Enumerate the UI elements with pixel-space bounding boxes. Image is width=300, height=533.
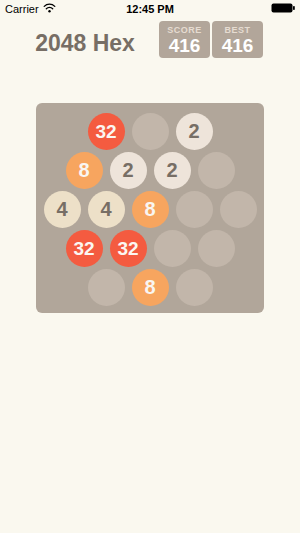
tile-value: 8 bbox=[144, 276, 155, 299]
hex-cell bbox=[176, 269, 213, 306]
hex-cell bbox=[220, 191, 257, 228]
game-board[interactable]: 32 2 8 2 2 4 4 8 32 32 8 bbox=[36, 103, 264, 313]
best-value: 416 bbox=[212, 35, 263, 56]
page-title: 2048 Hex bbox=[10, 30, 160, 57]
app-screen: 12:45 PM Carrier 2048 Hex SCORE 416 bbox=[0, 0, 300, 533]
hex-cell: 2 bbox=[176, 113, 213, 150]
hex-cell: 8 bbox=[132, 191, 169, 228]
tile-value: 32 bbox=[95, 121, 116, 143]
tile-value: 8 bbox=[144, 198, 155, 221]
hex-cell: 8 bbox=[132, 269, 169, 306]
score-value: 416 bbox=[159, 35, 210, 56]
hex-cell: 2 bbox=[154, 152, 191, 189]
hex-cell: 32 bbox=[66, 230, 103, 267]
tile-value: 2 bbox=[188, 120, 199, 143]
hex-cell: 2 bbox=[110, 152, 147, 189]
hex-cell bbox=[176, 191, 213, 228]
tile-value: 8 bbox=[78, 159, 89, 182]
best-box: BEST 416 bbox=[212, 21, 263, 58]
tile-value: 2 bbox=[166, 159, 177, 182]
tile-value: 4 bbox=[56, 198, 67, 221]
best-label: BEST bbox=[212, 25, 263, 35]
hex-cell bbox=[198, 152, 235, 189]
clock-label: 12:45 PM bbox=[0, 3, 300, 15]
hex-cell: 32 bbox=[110, 230, 147, 267]
hex-cell bbox=[198, 230, 235, 267]
hex-cell: 4 bbox=[44, 191, 81, 228]
hex-cell: 8 bbox=[66, 152, 103, 189]
status-bar: 12:45 PM Carrier bbox=[0, 0, 300, 17]
hex-cell: 4 bbox=[88, 191, 125, 228]
hex-cell bbox=[132, 113, 169, 150]
tile-value: 32 bbox=[117, 238, 138, 260]
hex-cell bbox=[88, 269, 125, 306]
hex-cell: 32 bbox=[88, 113, 125, 150]
tile-value: 2 bbox=[122, 159, 133, 182]
score-label: SCORE bbox=[159, 25, 210, 35]
tile-value: 32 bbox=[73, 238, 94, 260]
tile-value: 4 bbox=[100, 198, 111, 221]
hex-cell bbox=[154, 230, 191, 267]
score-box: SCORE 416 bbox=[159, 21, 210, 58]
